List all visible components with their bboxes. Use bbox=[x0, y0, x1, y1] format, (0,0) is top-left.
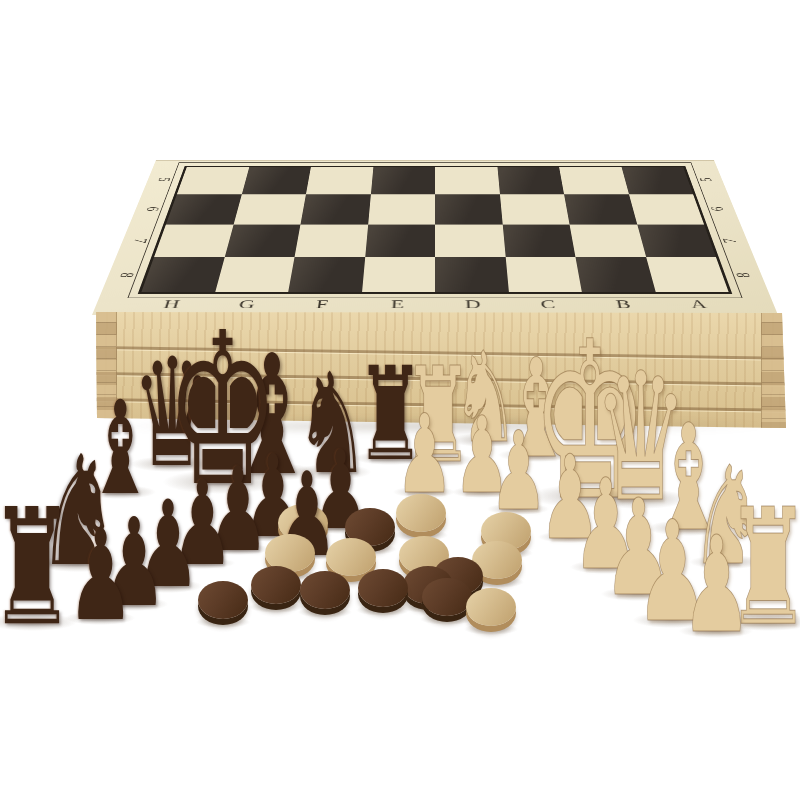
board-border: HGFEDCBA 5678 5678 bbox=[92, 160, 778, 315]
piece-ground-shadow bbox=[601, 587, 675, 602]
piece-ground-shadow bbox=[206, 543, 271, 556]
piece-ground-shadow bbox=[450, 433, 520, 447]
dark-checker-disc bbox=[198, 581, 248, 619]
file-label-f: F bbox=[283, 294, 361, 315]
chess-board-top: HGFEDCBA 5678 5678 bbox=[92, 160, 778, 315]
board-square-b5 bbox=[559, 167, 629, 195]
board-square-b6 bbox=[564, 194, 637, 224]
rank-label-right-6: 6 bbox=[684, 201, 751, 218]
board-square-g7 bbox=[224, 224, 300, 256]
box-plank-groove bbox=[94, 346, 786, 360]
board-square-d7 bbox=[435, 224, 505, 256]
board-square-d5 bbox=[435, 167, 500, 195]
rank-label-right-8: 8 bbox=[707, 265, 781, 285]
board-squares bbox=[138, 166, 732, 294]
piece-ground-shadow bbox=[679, 624, 753, 639]
file-label-e: E bbox=[359, 294, 435, 315]
board-square-g6 bbox=[233, 194, 306, 224]
file-label-c: C bbox=[509, 294, 587, 315]
board-square-e7 bbox=[365, 224, 435, 256]
board-square-b8 bbox=[575, 257, 655, 292]
piece-ground-shadow bbox=[452, 486, 511, 498]
box-ground-shadow bbox=[105, 418, 770, 434]
rank-label-left-7: 7 bbox=[104, 232, 175, 250]
piece-ground-shadow bbox=[590, 489, 689, 508]
piece-ground-shadow bbox=[498, 448, 574, 463]
board-square-g8 bbox=[215, 257, 295, 292]
finger-joint-left bbox=[96, 310, 117, 432]
board-square-c7 bbox=[502, 224, 575, 256]
dark-checker-disc bbox=[422, 578, 472, 616]
piece-ground-shadow bbox=[134, 579, 201, 592]
board-square-e8 bbox=[362, 257, 435, 292]
piece-ground-shadow bbox=[84, 485, 156, 499]
box-plank-groove bbox=[94, 398, 786, 412]
piece-ground-shadow bbox=[169, 557, 235, 570]
light-knight-piece: ♞ bbox=[659, 448, 795, 570]
file-labels: HGFEDCBA bbox=[130, 294, 740, 315]
board-square-e6 bbox=[368, 194, 435, 224]
rank-label-left-8: 8 bbox=[89, 265, 163, 285]
dark-checker-disc bbox=[300, 571, 350, 609]
board-square-e5 bbox=[370, 167, 435, 195]
piece-ground-shadow bbox=[35, 556, 120, 573]
rank-label-right-5: 5 bbox=[674, 172, 738, 187]
product-photo-chess-set: HGFEDCBA 5678 5678 ♞♝♜♜♛♝♞♚♝♟♟♚♛♟♟♝♟♟♟♟♞… bbox=[0, 0, 800, 800]
piece-ground-shadow bbox=[401, 453, 475, 468]
piece-ground-shadow bbox=[0, 613, 77, 631]
board-square-c5 bbox=[497, 167, 564, 195]
file-label-d: D bbox=[435, 294, 511, 315]
board-square-f8 bbox=[288, 257, 365, 292]
file-label-g: G bbox=[206, 294, 286, 315]
file-label-b: B bbox=[584, 294, 664, 315]
file-label-h: H bbox=[130, 294, 212, 315]
dark-pawn-piece: ♟ bbox=[108, 485, 228, 593]
piece-ground-shadow bbox=[570, 560, 640, 574]
rank-label-right-7: 7 bbox=[695, 232, 766, 250]
board-square-c6 bbox=[500, 194, 570, 224]
piece-ground-shadow bbox=[538, 531, 603, 544]
light-checker-disc bbox=[396, 494, 446, 532]
board-square-f5 bbox=[306, 167, 373, 195]
dark-knight-piece: ♞ bbox=[2, 436, 154, 573]
light-pawn-piece: ♟ bbox=[543, 462, 668, 575]
board-square-c8 bbox=[505, 257, 582, 292]
dark-checker-disc bbox=[358, 569, 408, 607]
board-square-d6 bbox=[435, 194, 502, 224]
piece-ground-shadow bbox=[689, 555, 765, 570]
board-square-f6 bbox=[300, 194, 370, 224]
box-plank-groove bbox=[94, 372, 786, 386]
piece-ground-shadow bbox=[293, 464, 371, 479]
light-checker-disc bbox=[326, 538, 376, 576]
rank-label-left-5: 5 bbox=[131, 172, 195, 187]
board-square-b7 bbox=[570, 224, 646, 256]
dark-checker-disc bbox=[251, 566, 301, 604]
board-square-g5 bbox=[241, 167, 311, 195]
finger-joint-right bbox=[761, 310, 788, 432]
piece-ground-shadow bbox=[647, 520, 729, 536]
board-square-d8 bbox=[435, 257, 508, 292]
light-checker-disc bbox=[466, 588, 516, 626]
rank-label-left-6: 6 bbox=[118, 201, 185, 218]
file-label-a: A bbox=[658, 294, 740, 315]
piece-ground-shadow bbox=[100, 597, 168, 610]
board-square-f7 bbox=[295, 224, 368, 256]
piece-ground-shadow bbox=[163, 470, 281, 493]
